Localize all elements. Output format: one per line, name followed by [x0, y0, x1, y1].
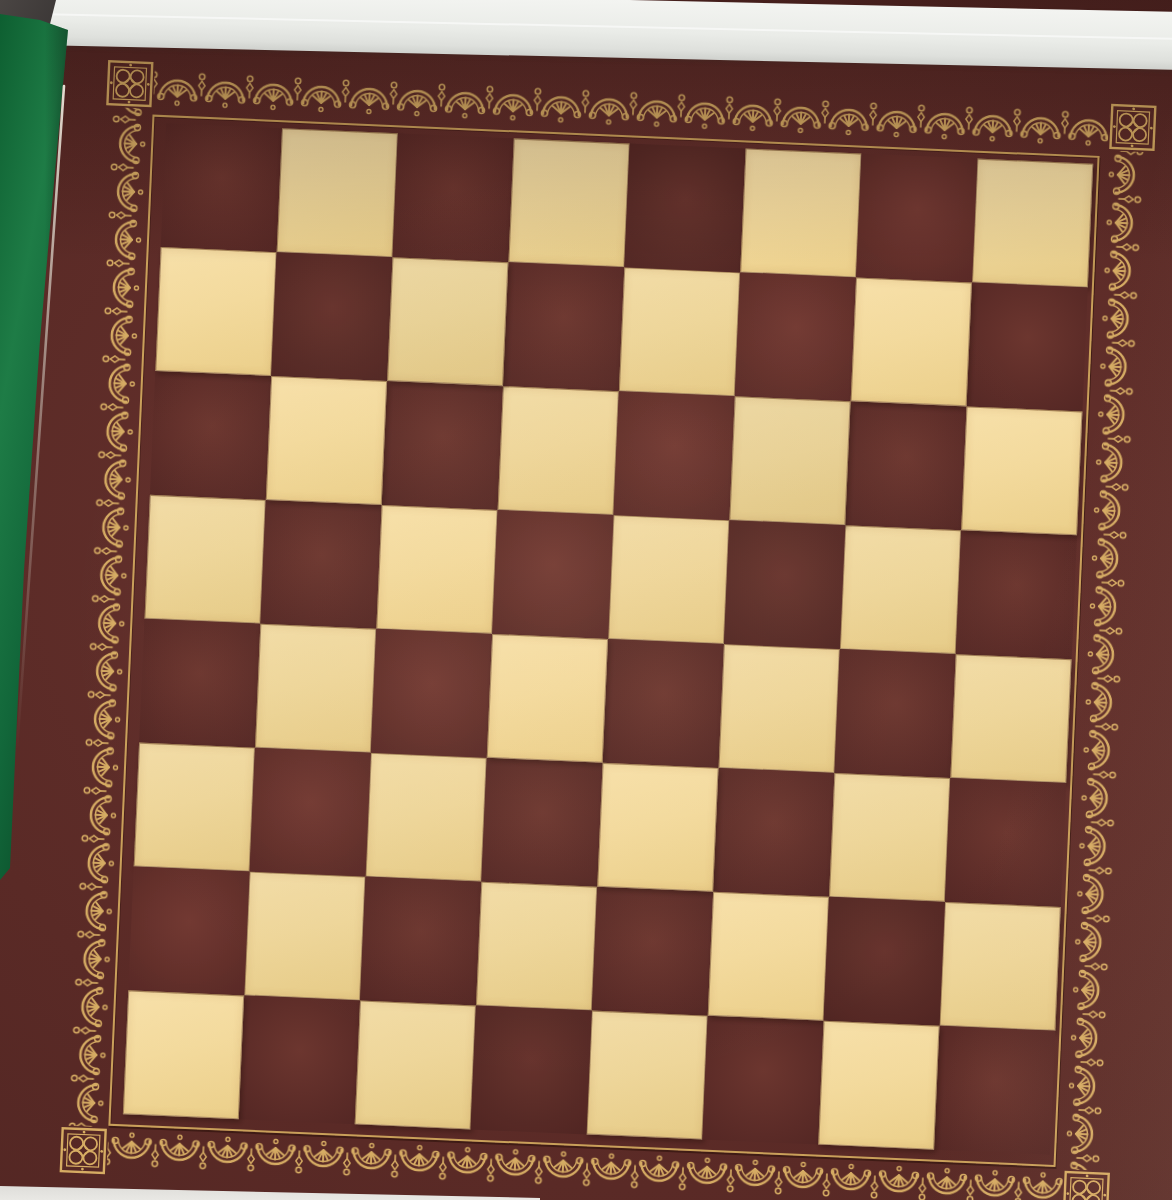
square-h7[interactable] — [967, 282, 1088, 411]
square-g4[interactable] — [834, 649, 955, 778]
square-g5[interactable] — [840, 525, 961, 654]
square-c3[interactable] — [365, 753, 486, 882]
square-g1[interactable] — [818, 1021, 939, 1150]
square-e7[interactable] — [619, 267, 740, 396]
square-h2[interactable] — [940, 902, 1061, 1031]
square-b5[interactable] — [260, 500, 381, 629]
square-e5[interactable] — [608, 515, 729, 644]
square-g8[interactable] — [856, 154, 977, 283]
gold-corner-rosette-top-left — [105, 59, 155, 109]
square-a6[interactable] — [150, 371, 271, 500]
square-a3[interactable] — [134, 743, 255, 872]
square-c2[interactable] — [360, 877, 481, 1006]
square-g2[interactable] — [824, 897, 945, 1026]
square-c5[interactable] — [376, 505, 497, 634]
square-g3[interactable] — [829, 773, 950, 902]
gold-corner-rosette-bottom-right — [1061, 1169, 1111, 1200]
square-f4[interactable] — [719, 644, 840, 773]
square-g6[interactable] — [845, 401, 966, 530]
square-h5[interactable] — [956, 530, 1077, 659]
square-a2[interactable] — [128, 866, 249, 995]
square-f2[interactable] — [708, 892, 829, 1021]
square-c1[interactable] — [355, 1000, 476, 1129]
square-f5[interactable] — [724, 520, 845, 649]
square-c7[interactable] — [387, 257, 508, 386]
square-g7[interactable] — [851, 277, 972, 406]
square-b7[interactable] — [271, 252, 392, 381]
square-b3[interactable] — [250, 748, 371, 877]
square-d4[interactable] — [487, 634, 608, 763]
square-b6[interactable] — [266, 376, 387, 505]
square-a5[interactable] — [145, 495, 266, 624]
square-e1[interactable] — [586, 1011, 707, 1140]
square-e2[interactable] — [592, 887, 713, 1016]
board-grid — [123, 123, 1093, 1155]
square-f6[interactable] — [729, 396, 850, 525]
square-f8[interactable] — [740, 148, 861, 277]
square-d1[interactable] — [471, 1006, 592, 1135]
square-a7[interactable] — [155, 247, 276, 376]
square-b1[interactable] — [239, 995, 360, 1124]
square-h3[interactable] — [945, 778, 1066, 907]
square-d2[interactable] — [476, 882, 597, 1011]
square-c4[interactable] — [371, 629, 492, 758]
square-c6[interactable] — [382, 381, 503, 510]
gold-corner-rosette-top-right — [1108, 102, 1158, 152]
square-d5[interactable] — [492, 510, 613, 639]
square-f3[interactable] — [713, 768, 834, 897]
square-h4[interactable] — [950, 654, 1071, 783]
square-c8[interactable] — [393, 133, 514, 262]
square-a4[interactable] — [139, 619, 260, 748]
square-f1[interactable] — [702, 1016, 823, 1145]
square-e8[interactable] — [624, 143, 745, 272]
square-e6[interactable] — [613, 391, 734, 520]
chessboard — [0, 0, 1172, 1200]
square-e3[interactable] — [597, 763, 718, 892]
gold-corner-rosette-bottom-left — [58, 1126, 108, 1176]
square-a1[interactable] — [123, 990, 244, 1119]
square-f7[interactable] — [735, 272, 856, 401]
square-d6[interactable] — [498, 386, 619, 515]
square-d3[interactable] — [481, 758, 602, 887]
square-a8[interactable] — [161, 123, 282, 252]
square-b2[interactable] — [244, 872, 365, 1001]
square-e4[interactable] — [603, 639, 724, 768]
square-d8[interactable] — [508, 138, 629, 267]
square-h1[interactable] — [934, 1026, 1055, 1155]
square-b4[interactable] — [255, 624, 376, 753]
square-b8[interactable] — [277, 128, 398, 257]
square-h6[interactable] — [961, 406, 1082, 535]
square-h8[interactable] — [972, 159, 1093, 288]
square-d7[interactable] — [503, 262, 624, 391]
